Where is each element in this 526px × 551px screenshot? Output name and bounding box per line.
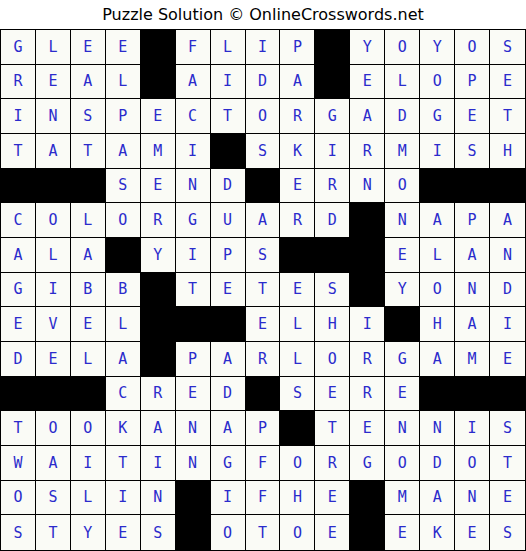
letter-cell-r15c1: S bbox=[1, 515, 36, 550]
letter-cell-r13c6: N bbox=[176, 446, 211, 481]
letter-cell-r4c5: M bbox=[141, 134, 176, 169]
letter-cell-r10c8: R bbox=[246, 342, 281, 377]
letter-cell-r10c7: A bbox=[211, 342, 246, 377]
letter-cell-r6c7: U bbox=[211, 203, 246, 238]
letter-cell-r2c1: R bbox=[1, 65, 36, 100]
letter-cell-r2c14: P bbox=[455, 65, 490, 100]
letter-cell-r8c8: T bbox=[246, 273, 281, 308]
black-cell-r11c2 bbox=[36, 377, 71, 412]
letter-cell-r4c2: A bbox=[36, 134, 71, 169]
letter-cell-r14c15: E bbox=[490, 481, 525, 516]
letter-cell-r7c13: L bbox=[420, 238, 455, 273]
letter-cell-r6c4: O bbox=[106, 203, 141, 238]
letter-cell-r13c15: T bbox=[490, 446, 525, 481]
letter-cell-r9c11: I bbox=[350, 307, 385, 342]
letter-cell-r9c2: V bbox=[36, 307, 71, 342]
letter-cell-r11c5: R bbox=[141, 377, 176, 412]
letter-cell-r12c3: O bbox=[71, 411, 106, 446]
letter-cell-r1c3: E bbox=[71, 30, 106, 65]
letter-cell-r8c7: E bbox=[211, 273, 246, 308]
black-cell-r10c5 bbox=[141, 342, 176, 377]
letter-cell-r15c9: O bbox=[280, 515, 315, 550]
letter-cell-r6c1: C bbox=[1, 203, 36, 238]
letter-cell-r2c6: A bbox=[176, 65, 211, 100]
letter-cell-r2c4: L bbox=[106, 65, 141, 100]
letter-cell-r7c6: I bbox=[176, 238, 211, 273]
letter-cell-r9c10: H bbox=[315, 307, 350, 342]
letter-cell-r13c7: G bbox=[211, 446, 246, 481]
letter-cell-r14c9: H bbox=[280, 481, 315, 516]
page-title: Puzzle Solution © OnlineCrosswords.net bbox=[0, 0, 526, 29]
letter-cell-r4c10: I bbox=[315, 134, 350, 169]
letter-cell-r14c1: O bbox=[1, 481, 36, 516]
letter-cell-r6c6: G bbox=[176, 203, 211, 238]
letter-cell-r8c15: D bbox=[490, 273, 525, 308]
black-cell-r5c13 bbox=[420, 169, 455, 204]
puzzle-solution-page: Puzzle Solution © OnlineCrosswords.net G… bbox=[0, 0, 526, 551]
letter-cell-r12c12: N bbox=[385, 411, 420, 446]
black-cell-r1c5 bbox=[141, 30, 176, 65]
letter-cell-r9c4: L bbox=[106, 307, 141, 342]
letter-cell-r13c8: F bbox=[246, 446, 281, 481]
letter-cell-r12c2: O bbox=[36, 411, 71, 446]
letter-cell-r4c11: R bbox=[350, 134, 385, 169]
letter-cell-r4c13: I bbox=[420, 134, 455, 169]
letter-cell-r1c15: S bbox=[490, 30, 525, 65]
letter-cell-r9c13: H bbox=[420, 307, 455, 342]
letter-cell-r10c1: D bbox=[1, 342, 36, 377]
letter-cell-r10c9: L bbox=[280, 342, 315, 377]
letter-cell-r1c2: L bbox=[36, 30, 71, 65]
letter-cell-r3c3: S bbox=[71, 99, 106, 134]
black-cell-r14c6 bbox=[176, 481, 211, 516]
letter-cell-r12c4: K bbox=[106, 411, 141, 446]
letter-cell-r6c15: A bbox=[490, 203, 525, 238]
letter-cell-r9c1: E bbox=[1, 307, 36, 342]
letter-cell-r2c3: A bbox=[71, 65, 106, 100]
black-cell-r11c15 bbox=[490, 377, 525, 412]
letter-cell-r10c10: O bbox=[315, 342, 350, 377]
letter-cell-r8c6: T bbox=[176, 273, 211, 308]
letter-cell-r9c3: E bbox=[71, 307, 106, 342]
letter-cell-r14c8: F bbox=[246, 481, 281, 516]
letter-cell-r12c13: N bbox=[420, 411, 455, 446]
letter-cell-r13c10: R bbox=[315, 446, 350, 481]
letter-cell-r9c8: E bbox=[246, 307, 281, 342]
letter-cell-r10c6: P bbox=[176, 342, 211, 377]
letter-cell-r4c15: H bbox=[490, 134, 525, 169]
letter-cell-r5c7: D bbox=[211, 169, 246, 204]
letter-cell-r14c5: N bbox=[141, 481, 176, 516]
letter-cell-r6c3: L bbox=[71, 203, 106, 238]
letter-cell-r11c12: E bbox=[385, 377, 420, 412]
letter-cell-r6c2: O bbox=[36, 203, 71, 238]
letter-cell-r4c12: M bbox=[385, 134, 420, 169]
letter-cell-r4c9: K bbox=[280, 134, 315, 169]
letter-cell-r15c2: T bbox=[36, 515, 71, 550]
letter-cell-r3c7: T bbox=[211, 99, 246, 134]
letter-cell-r2c12: L bbox=[385, 65, 420, 100]
letter-cell-r3c10: G bbox=[315, 99, 350, 134]
black-cell-r7c11 bbox=[350, 238, 385, 273]
letter-cell-r13c9: O bbox=[280, 446, 315, 481]
letter-cell-r6c13: A bbox=[420, 203, 455, 238]
letter-cell-r14c10: E bbox=[315, 481, 350, 516]
letter-cell-r7c2: L bbox=[36, 238, 71, 273]
letter-cell-r3c4: P bbox=[106, 99, 141, 134]
letter-cell-r1c4: E bbox=[106, 30, 141, 65]
black-cell-r5c2 bbox=[36, 169, 71, 204]
letter-cell-r2c13: O bbox=[420, 65, 455, 100]
letter-cell-r8c9: E bbox=[280, 273, 315, 308]
letter-cell-r13c12: O bbox=[385, 446, 420, 481]
letter-cell-r12c15: S bbox=[490, 411, 525, 446]
letter-cell-r7c14: A bbox=[455, 238, 490, 273]
letter-cell-r8c3: B bbox=[71, 273, 106, 308]
letter-cell-r11c11: R bbox=[350, 377, 385, 412]
black-cell-r11c3 bbox=[71, 377, 106, 412]
black-cell-r12c9 bbox=[280, 411, 315, 446]
letter-cell-r4c1: T bbox=[1, 134, 36, 169]
letter-cell-r7c8: S bbox=[246, 238, 281, 273]
letter-cell-r3c5: E bbox=[141, 99, 176, 134]
letter-cell-r11c9: S bbox=[280, 377, 315, 412]
letter-cell-r1c8: I bbox=[246, 30, 281, 65]
letter-cell-r6c10: D bbox=[315, 203, 350, 238]
letter-cell-r15c10: E bbox=[315, 515, 350, 550]
letter-cell-r12c10: T bbox=[315, 411, 350, 446]
letter-cell-r10c4: A bbox=[106, 342, 141, 377]
letter-cell-r15c13: K bbox=[420, 515, 455, 550]
letter-cell-r12c1: T bbox=[1, 411, 36, 446]
letter-cell-r8c13: O bbox=[420, 273, 455, 308]
letter-cell-r8c4: B bbox=[106, 273, 141, 308]
letter-cell-r15c3: Y bbox=[71, 515, 106, 550]
letter-cell-r12c14: I bbox=[455, 411, 490, 446]
letter-cell-r8c2: I bbox=[36, 273, 71, 308]
letter-cell-r10c2: E bbox=[36, 342, 71, 377]
letter-cell-r12c11: E bbox=[350, 411, 385, 446]
letter-cell-r3c15: T bbox=[490, 99, 525, 134]
letter-cell-r6c8: A bbox=[246, 203, 281, 238]
letter-cell-r8c14: N bbox=[455, 273, 490, 308]
letter-cell-r1c11: Y bbox=[350, 30, 385, 65]
letter-cell-r2c7: I bbox=[211, 65, 246, 100]
black-cell-r5c14 bbox=[455, 169, 490, 204]
letter-cell-r10c15: E bbox=[490, 342, 525, 377]
letter-cell-r3c13: G bbox=[420, 99, 455, 134]
letter-cell-r13c13: D bbox=[420, 446, 455, 481]
letter-cell-r7c7: P bbox=[211, 238, 246, 273]
letter-cell-r15c14: E bbox=[455, 515, 490, 550]
letter-cell-r2c2: E bbox=[36, 65, 71, 100]
black-cell-r14c11 bbox=[350, 481, 385, 516]
letter-cell-r10c11: R bbox=[350, 342, 385, 377]
letter-cell-r3c9: R bbox=[280, 99, 315, 134]
letter-cell-r13c11: G bbox=[350, 446, 385, 481]
letter-cell-r1c9: P bbox=[280, 30, 315, 65]
letter-cell-r15c15: S bbox=[490, 515, 525, 550]
letter-cell-r13c14: O bbox=[455, 446, 490, 481]
black-cell-r11c13 bbox=[420, 377, 455, 412]
letter-cell-r5c11: N bbox=[350, 169, 385, 204]
letter-cell-r15c8: T bbox=[246, 515, 281, 550]
black-cell-r15c6 bbox=[176, 515, 211, 550]
letter-cell-r3c2: N bbox=[36, 99, 71, 134]
black-cell-r9c5 bbox=[141, 307, 176, 342]
letter-cell-r14c3: L bbox=[71, 481, 106, 516]
black-cell-r7c10 bbox=[315, 238, 350, 273]
black-cell-r1c10 bbox=[315, 30, 350, 65]
black-cell-r9c7 bbox=[211, 307, 246, 342]
black-cell-r5c15 bbox=[490, 169, 525, 204]
letter-cell-r3c11: A bbox=[350, 99, 385, 134]
black-cell-r5c1 bbox=[1, 169, 36, 204]
letter-cell-r15c12: E bbox=[385, 515, 420, 550]
letter-cell-r8c1: G bbox=[1, 273, 36, 308]
letter-cell-r13c5: I bbox=[141, 446, 176, 481]
black-cell-r2c10 bbox=[315, 65, 350, 100]
black-cell-r15c11 bbox=[350, 515, 385, 550]
letter-cell-r12c8: P bbox=[246, 411, 281, 446]
black-cell-r6c11 bbox=[350, 203, 385, 238]
letter-cell-r9c9: L bbox=[280, 307, 315, 342]
letter-cell-r10c13: A bbox=[420, 342, 455, 377]
letter-cell-r4c14: S bbox=[455, 134, 490, 169]
letter-cell-r3c8: O bbox=[246, 99, 281, 134]
black-cell-r8c5 bbox=[141, 273, 176, 308]
black-cell-r4c7 bbox=[211, 134, 246, 169]
crossword-grid: GLEEFLIPYOYOSREALAIDAELOPEINSPECTORGADGE… bbox=[0, 29, 526, 551]
letter-cell-r7c3: A bbox=[71, 238, 106, 273]
letter-cell-r12c6: N bbox=[176, 411, 211, 446]
letter-cell-r11c6: E bbox=[176, 377, 211, 412]
letter-cell-r11c4: C bbox=[106, 377, 141, 412]
letter-cell-r5c4: S bbox=[106, 169, 141, 204]
letter-cell-r13c3: I bbox=[71, 446, 106, 481]
letter-cell-r2c9: A bbox=[280, 65, 315, 100]
letter-cell-r7c12: E bbox=[385, 238, 420, 273]
letter-cell-r10c3: L bbox=[71, 342, 106, 377]
letter-cell-r2c8: D bbox=[246, 65, 281, 100]
letter-cell-r1c7: L bbox=[211, 30, 246, 65]
letter-cell-r15c7: O bbox=[211, 515, 246, 550]
letter-cell-r14c12: M bbox=[385, 481, 420, 516]
letter-cell-r13c2: A bbox=[36, 446, 71, 481]
letter-cell-r10c14: M bbox=[455, 342, 490, 377]
letter-cell-r12c7: A bbox=[211, 411, 246, 446]
letter-cell-r6c5: R bbox=[141, 203, 176, 238]
letter-cell-r15c5: S bbox=[141, 515, 176, 550]
letter-cell-r13c1: W bbox=[1, 446, 36, 481]
letter-cell-r3c12: D bbox=[385, 99, 420, 134]
black-cell-r11c8 bbox=[246, 377, 281, 412]
black-cell-r5c3 bbox=[71, 169, 106, 204]
black-cell-r5c8 bbox=[246, 169, 281, 204]
letter-cell-r2c11: E bbox=[350, 65, 385, 100]
letter-cell-r6c9: R bbox=[280, 203, 315, 238]
letter-cell-r2c15: E bbox=[490, 65, 525, 100]
letter-cell-r9c15: I bbox=[490, 307, 525, 342]
letter-cell-r5c5: E bbox=[141, 169, 176, 204]
letter-cell-r7c5: Y bbox=[141, 238, 176, 273]
letter-cell-r14c13: A bbox=[420, 481, 455, 516]
letter-cell-r1c14: O bbox=[455, 30, 490, 65]
letter-cell-r12c5: A bbox=[141, 411, 176, 446]
letter-cell-r4c8: S bbox=[246, 134, 281, 169]
letter-cell-r1c6: F bbox=[176, 30, 211, 65]
black-cell-r7c4 bbox=[106, 238, 141, 273]
letter-cell-r6c14: P bbox=[455, 203, 490, 238]
letter-cell-r14c7: I bbox=[211, 481, 246, 516]
letter-cell-r5c9: E bbox=[280, 169, 315, 204]
letter-cell-r6c12: N bbox=[385, 203, 420, 238]
letter-cell-r3c6: C bbox=[176, 99, 211, 134]
black-cell-r2c5 bbox=[141, 65, 176, 100]
letter-cell-r5c10: R bbox=[315, 169, 350, 204]
letter-cell-r14c14: N bbox=[455, 481, 490, 516]
black-cell-r9c12 bbox=[385, 307, 420, 342]
black-cell-r11c14 bbox=[455, 377, 490, 412]
letter-cell-r4c4: A bbox=[106, 134, 141, 169]
letter-cell-r10c12: G bbox=[385, 342, 420, 377]
letter-cell-r11c7: D bbox=[211, 377, 246, 412]
letter-cell-r7c1: A bbox=[1, 238, 36, 273]
letter-cell-r5c6: N bbox=[176, 169, 211, 204]
letter-cell-r11c10: E bbox=[315, 377, 350, 412]
black-cell-r7c9 bbox=[280, 238, 315, 273]
letter-cell-r5c12: O bbox=[385, 169, 420, 204]
letter-cell-r4c6: I bbox=[176, 134, 211, 169]
letter-cell-r13c4: T bbox=[106, 446, 141, 481]
letter-cell-r15c4: E bbox=[106, 515, 141, 550]
black-cell-r8c11 bbox=[350, 273, 385, 308]
letter-cell-r14c4: I bbox=[106, 481, 141, 516]
black-cell-r9c6 bbox=[176, 307, 211, 342]
letter-cell-r1c12: O bbox=[385, 30, 420, 65]
letter-cell-r1c13: Y bbox=[420, 30, 455, 65]
letter-cell-r14c2: S bbox=[36, 481, 71, 516]
letter-cell-r7c15: N bbox=[490, 238, 525, 273]
letter-cell-r8c10: S bbox=[315, 273, 350, 308]
letter-cell-r4c3: T bbox=[71, 134, 106, 169]
letter-cell-r1c1: G bbox=[1, 30, 36, 65]
black-cell-r11c1 bbox=[1, 377, 36, 412]
letter-cell-r9c14: A bbox=[455, 307, 490, 342]
letter-cell-r3c1: I bbox=[1, 99, 36, 134]
letter-cell-r8c12: Y bbox=[385, 273, 420, 308]
letter-cell-r3c14: E bbox=[455, 99, 490, 134]
